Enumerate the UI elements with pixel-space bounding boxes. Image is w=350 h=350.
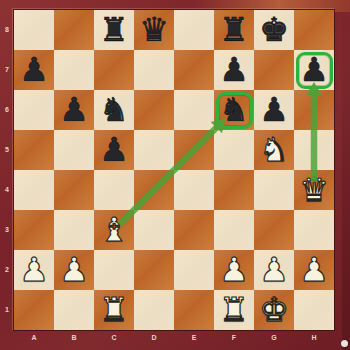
square-h5[interactable] — [294, 130, 334, 170]
square-e4[interactable] — [174, 170, 214, 210]
square-e2[interactable] — [174, 250, 214, 290]
white-pawn[interactable]: ♟ — [294, 250, 334, 290]
square-b4[interactable] — [54, 170, 94, 210]
square-a2[interactable]: ♟ — [14, 250, 54, 290]
square-h6[interactable] — [294, 90, 334, 130]
black-pawn[interactable]: ♟ — [254, 90, 294, 130]
square-g1[interactable]: ♚ — [254, 290, 294, 330]
square-h8[interactable] — [294, 10, 334, 50]
square-h1[interactable] — [294, 290, 334, 330]
square-b7[interactable] — [54, 50, 94, 90]
square-d5[interactable] — [134, 130, 174, 170]
square-e3[interactable] — [174, 210, 214, 250]
square-c3[interactable]: ♝ — [94, 210, 134, 250]
square-e6[interactable] — [174, 90, 214, 130]
square-g3[interactable] — [254, 210, 294, 250]
white-queen[interactable]: ♛ — [294, 170, 334, 210]
white-bishop[interactable]: ♝ — [94, 210, 134, 250]
white-pawn[interactable]: ♟ — [214, 250, 254, 290]
black-king[interactable]: ♚ — [254, 10, 294, 50]
square-b3[interactable] — [54, 210, 94, 250]
black-queen[interactable]: ♛ — [134, 10, 174, 50]
square-f2[interactable]: ♟ — [214, 250, 254, 290]
square-h4[interactable]: ♛ — [294, 170, 334, 210]
square-a4[interactable] — [14, 170, 54, 210]
corner-dot — [341, 340, 348, 347]
square-f7[interactable]: ♟ — [214, 50, 254, 90]
square-g2[interactable]: ♟ — [254, 250, 294, 290]
square-a6[interactable] — [14, 90, 54, 130]
white-pawn[interactable]: ♟ — [14, 250, 54, 290]
square-g5[interactable]: ♞ — [254, 130, 294, 170]
white-pawn[interactable]: ♟ — [254, 250, 294, 290]
black-knight[interactable]: ♞ — [214, 90, 254, 130]
square-a1[interactable] — [14, 290, 54, 330]
square-h7[interactable]: ♟ — [294, 50, 334, 90]
square-b6[interactable]: ♟ — [54, 90, 94, 130]
white-knight[interactable]: ♞ — [254, 130, 294, 170]
square-a3[interactable] — [14, 210, 54, 250]
square-f3[interactable] — [214, 210, 254, 250]
square-f5[interactable] — [214, 130, 254, 170]
square-c7[interactable] — [94, 50, 134, 90]
white-king[interactable]: ♚ — [254, 290, 294, 330]
white-rook[interactable]: ♜ — [214, 290, 254, 330]
square-g4[interactable] — [254, 170, 294, 210]
square-d7[interactable] — [134, 50, 174, 90]
square-d2[interactable] — [134, 250, 174, 290]
square-g8[interactable]: ♚ — [254, 10, 294, 50]
square-b8[interactable] — [54, 10, 94, 50]
square-b1[interactable] — [54, 290, 94, 330]
square-d4[interactable] — [134, 170, 174, 210]
chess-diagram: ♜♛♜♚♟♟♟♟♞♞♟♟♞♛♝♟♟♟♟♟♜♜♚ 87654321ABCDEFGH — [0, 0, 350, 350]
white-pawn[interactable]: ♟ — [54, 250, 94, 290]
black-rook[interactable]: ♜ — [214, 10, 254, 50]
square-f4[interactable] — [214, 170, 254, 210]
square-a5[interactable] — [14, 130, 54, 170]
square-f6[interactable]: ♞ — [214, 90, 254, 130]
square-h2[interactable]: ♟ — [294, 250, 334, 290]
black-pawn[interactable]: ♟ — [294, 50, 334, 90]
black-pawn[interactable]: ♟ — [54, 90, 94, 130]
square-f1[interactable]: ♜ — [214, 290, 254, 330]
black-pawn[interactable]: ♟ — [214, 50, 254, 90]
chessboard: ♜♛♜♚♟♟♟♟♞♞♟♟♞♛♝♟♟♟♟♟♜♜♚ — [14, 10, 334, 330]
square-c2[interactable] — [94, 250, 134, 290]
square-c1[interactable]: ♜ — [94, 290, 134, 330]
square-a7[interactable]: ♟ — [14, 50, 54, 90]
black-rook[interactable]: ♜ — [94, 10, 134, 50]
black-pawn[interactable]: ♟ — [94, 130, 134, 170]
square-d1[interactable] — [134, 290, 174, 330]
square-a8[interactable] — [14, 10, 54, 50]
square-d8[interactable]: ♛ — [134, 10, 174, 50]
square-c6[interactable]: ♞ — [94, 90, 134, 130]
black-knight[interactable]: ♞ — [94, 90, 134, 130]
square-g7[interactable] — [254, 50, 294, 90]
square-b2[interactable]: ♟ — [54, 250, 94, 290]
square-c8[interactable]: ♜ — [94, 10, 134, 50]
square-b5[interactable] — [54, 130, 94, 170]
square-e5[interactable] — [174, 130, 214, 170]
square-h3[interactable] — [294, 210, 334, 250]
square-c4[interactable] — [94, 170, 134, 210]
square-e1[interactable] — [174, 290, 214, 330]
square-d6[interactable] — [134, 90, 174, 130]
square-d3[interactable] — [134, 210, 174, 250]
white-rook[interactable]: ♜ — [94, 290, 134, 330]
black-pawn[interactable]: ♟ — [14, 50, 54, 90]
square-e7[interactable] — [174, 50, 214, 90]
square-f8[interactable]: ♜ — [214, 10, 254, 50]
square-c5[interactable]: ♟ — [94, 130, 134, 170]
square-e8[interactable] — [174, 10, 214, 50]
square-g6[interactable]: ♟ — [254, 90, 294, 130]
